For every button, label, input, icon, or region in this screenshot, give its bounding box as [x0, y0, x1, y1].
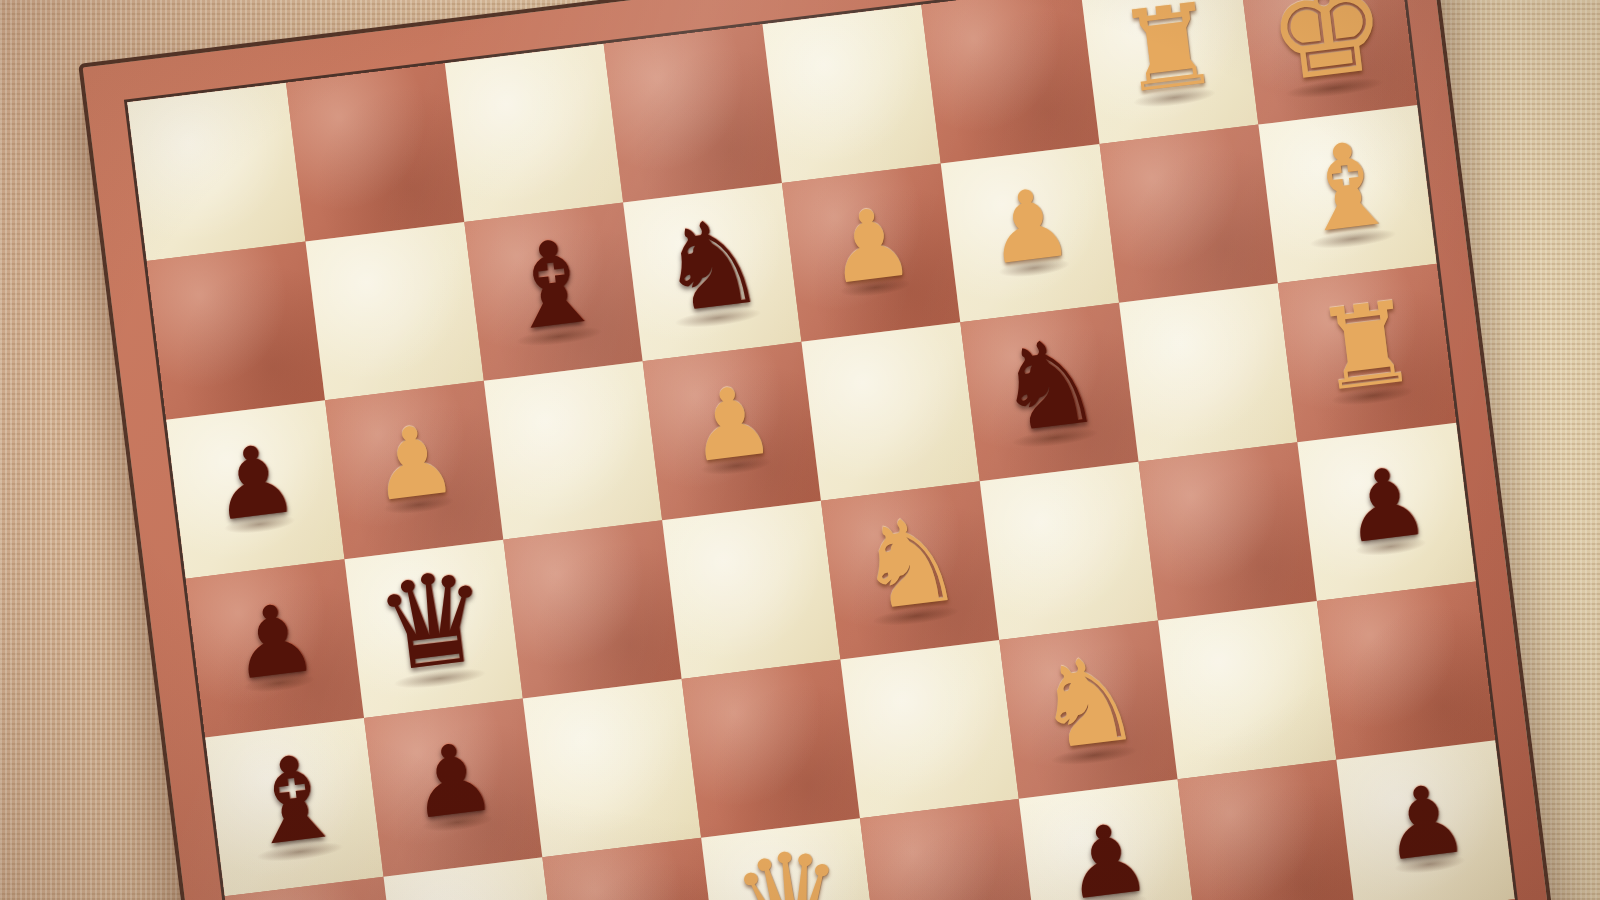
square-e4[interactable]	[840, 640, 1018, 818]
square-d6[interactable]: ♟	[643, 342, 821, 520]
square-b6[interactable]: ♟	[325, 381, 503, 559]
square-d5[interactable]	[662, 501, 840, 679]
square-e6[interactable]	[801, 322, 979, 500]
piece-black-pawn-h3[interactable]: ♟	[1376, 770, 1473, 876]
square-h4[interactable]	[1317, 581, 1495, 759]
square-g4[interactable]	[1158, 601, 1336, 779]
square-f7[interactable]: ♟	[941, 144, 1119, 322]
piece-white-pawn-e7[interactable]: ♟	[822, 193, 919, 299]
piece-white-pawn-b6[interactable]: ♟	[365, 410, 462, 516]
piece-white-pawn-d6[interactable]: ♟	[682, 371, 779, 477]
square-g3[interactable]	[1178, 760, 1356, 900]
piece-black-queen-b5[interactable]: ♛	[369, 552, 496, 691]
square-c4[interactable]	[523, 679, 701, 857]
square-e3[interactable]	[860, 799, 1038, 900]
square-a8[interactable]	[127, 83, 305, 261]
piece-black-pawn-b4[interactable]: ♟	[404, 728, 501, 834]
piece-white-bishop-h7[interactable]: ♝	[1288, 123, 1405, 251]
square-d7[interactable]: ♞	[623, 183, 801, 361]
square-f8[interactable]	[921, 0, 1099, 164]
square-d4[interactable]	[682, 659, 860, 837]
square-f3[interactable]: ♟	[1019, 779, 1197, 900]
piece-white-pawn-f7[interactable]: ♟	[981, 173, 1078, 279]
piece-black-pawn-a6[interactable]: ♟	[206, 430, 303, 536]
square-c8[interactable]	[445, 44, 623, 222]
square-e8[interactable]	[762, 5, 940, 183]
square-h7[interactable]: ♝	[1258, 105, 1436, 283]
piece-white-king-h8[interactable]: ♚	[1260, 0, 1394, 101]
square-e5[interactable]: ♞	[821, 481, 999, 659]
square-a6[interactable]: ♟	[166, 400, 344, 578]
square-f5[interactable]	[980, 462, 1158, 640]
board-grid: ♜♚♝♞♟♟♝♟♟♟♞♜♟♛♞♟♝♟♞♛♟♟	[127, 0, 1553, 900]
square-b5[interactable]: ♛	[345, 540, 523, 718]
square-d8[interactable]	[604, 24, 782, 202]
square-h3[interactable]: ♟	[1336, 740, 1514, 900]
square-g6[interactable]	[1119, 283, 1297, 461]
piece-white-knight-e5[interactable]: ♞	[850, 498, 969, 628]
piece-white-queen-d3[interactable]: ♛	[726, 831, 853, 900]
square-g8[interactable]: ♜	[1080, 0, 1258, 144]
square-g7[interactable]	[1100, 125, 1278, 303]
square-h5[interactable]: ♟	[1297, 423, 1475, 601]
piece-black-pawn-h5[interactable]: ♟	[1337, 452, 1434, 558]
piece-black-knight-f6[interactable]: ♞	[989, 320, 1108, 450]
square-c7[interactable]: ♝	[464, 203, 642, 381]
piece-black-bishop-a4[interactable]: ♝	[235, 736, 352, 864]
square-b8[interactable]	[286, 63, 464, 241]
piece-white-knight-f4[interactable]: ♞	[1028, 638, 1147, 768]
square-g5[interactable]	[1139, 442, 1317, 620]
square-b7[interactable]	[306, 222, 484, 400]
square-c6[interactable]	[484, 361, 662, 539]
square-c5[interactable]	[503, 520, 681, 698]
square-a5[interactable]: ♟	[186, 559, 364, 737]
square-h6[interactable]: ♜	[1278, 264, 1456, 442]
square-f6[interactable]: ♞	[960, 303, 1138, 481]
square-b4[interactable]: ♟	[364, 698, 542, 876]
square-e7[interactable]: ♟	[782, 164, 960, 342]
chess-board: ♜♚♝♞♟♟♝♟♟♟♞♜♟♛♞♟♝♟♞♛♟♟	[78, 0, 1594, 900]
square-a4[interactable]: ♝	[205, 718, 383, 896]
piece-black-bishop-c7[interactable]: ♝	[494, 221, 611, 349]
piece-black-pawn-a5[interactable]: ♟	[225, 588, 322, 694]
square-h8[interactable]: ♚	[1239, 0, 1417, 125]
square-f4[interactable]: ♞	[999, 620, 1177, 798]
piece-white-rook-g8[interactable]: ♜	[1112, 0, 1225, 110]
piece-black-pawn-f3[interactable]: ♟	[1059, 809, 1156, 900]
piece-black-knight-d7[interactable]: ♞	[652, 200, 771, 330]
square-a7[interactable]	[147, 242, 325, 420]
piece-white-rook-h6[interactable]: ♜	[1310, 284, 1423, 407]
